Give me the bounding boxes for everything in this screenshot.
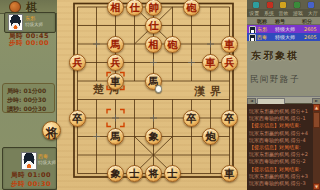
point-marker [150, 59, 157, 66]
vertical-scrollbar[interactable]: ▲ ▼ [313, 104, 320, 190]
point-marker [150, 115, 157, 122]
rule-line-0: 局時: 01分00 [7, 86, 54, 95]
header-nickname: 昵称 [257, 18, 267, 24]
piece-char: 兵 [222, 55, 237, 70]
piece-char: 仕 [127, 0, 142, 15]
room-subtitle: 民间野路子 [250, 74, 300, 86]
book-icon[interactable] [267, 2, 273, 8]
piece-char: 相 [146, 37, 161, 52]
horizontal-scrollbar[interactable]: ◄ ► [247, 96, 320, 104]
log-line-2: 【提示信息】对局结束: [249, 122, 301, 128]
menu-item-0[interactable]: 设置 [249, 10, 259, 16]
time-rules-box: 局時: 01分00步時: 00分30讀秒: 00分30 [2, 83, 55, 113]
list-player-score: 2605 [304, 26, 317, 32]
header-title: 称号 [275, 18, 285, 24]
piece-black-f9r7[interactable]: 卒 [221, 110, 238, 127]
piece-char: 仕 [146, 18, 161, 33]
list-player-title: 特级大师 [275, 26, 295, 32]
piece-black-f3r10[interactable]: 象 [107, 165, 124, 182]
piece-char: 将 [146, 166, 161, 181]
piece-red-f8r4[interactable]: 車 [202, 54, 219, 71]
top-player-avatar [8, 14, 23, 31]
piece-black-f7r7[interactable]: 卒 [183, 110, 200, 127]
list-player-name: 西毒 [257, 34, 267, 40]
log-line-3: 玩家东邪赢的棋局,得分+4 [249, 130, 308, 136]
bottom-player-title: 特级大师 [38, 160, 56, 165]
top-player-title: 特级大师 [25, 22, 43, 27]
xiangqi-game-window: 棋 东邪 特级大师 局時 00:45 步時 00:00 局時: 01分00步時:… [0, 0, 320, 190]
log-line-9: 玩家东邪赢的棋局,得分+3 [249, 173, 308, 179]
room-info-area: 东邪象棋 民间野路子 [247, 41, 320, 96]
piece-char: 車 [222, 166, 237, 181]
piece-red-f1r4[interactable]: 兵 [69, 54, 86, 71]
music-icon[interactable] [280, 2, 286, 8]
scroll-up-arrow-icon[interactable]: ▲ [313, 104, 320, 111]
piece-char: 馬 [108, 129, 123, 144]
right-panel: 设置系统音效游戏大厅 昵称 称号 积分 东邪 特级大师 2605 西毒 特级大师… [247, 0, 320, 190]
side-indicator-char: 将 [46, 126, 58, 140]
piece-char: 卒 [184, 111, 199, 126]
piece-red-f5r1[interactable]: 帥 [145, 0, 162, 16]
point-marker [188, 59, 195, 66]
point-marker [112, 115, 119, 122]
player-list-header: 昵称 称号 积分 [247, 17, 320, 25]
player-side-indicator: 将 [42, 121, 61, 140]
piece-char: 兵 [108, 55, 123, 70]
bottom-player-game-time: 局時 01:00 [11, 171, 51, 180]
piece-red-f4r1[interactable]: 仕 [126, 0, 143, 16]
cursor-dot [155, 85, 162, 93]
piece-char: 兵 [70, 55, 85, 70]
scroll-down-arrow-icon[interactable]: ▼ [313, 183, 320, 190]
rule-line-2: 讀秒: 00分30 [7, 104, 54, 113]
point-marker [207, 41, 214, 48]
piece-black-f5r10[interactable]: 将 [145, 165, 162, 182]
piece-char: 士 [127, 166, 142, 181]
point-marker [93, 41, 100, 48]
list-player-title: 特级大师 [275, 34, 295, 40]
bottom-player-avatar [21, 152, 37, 170]
log-line-6: 玩家东邪赢的棋局,得分+2 [249, 151, 308, 157]
xiangqi-board[interactable]: 楚河 漢界 相仕帥砲仕馬相砲車兵兵車兵車馬卒卒卒馬象炮象士将士車 [57, 0, 247, 190]
header-score: 积分 [302, 18, 312, 24]
log-line-5: 【提示信息】对局结束: [249, 144, 301, 150]
piece-red-f3r4[interactable]: 兵 [107, 54, 124, 71]
lobby-icon[interactable] [308, 2, 314, 8]
rule-line-1: 步時: 00分30 [7, 95, 54, 104]
piece-black-f1r7[interactable]: 卒 [69, 110, 86, 127]
top-player-name: 东邪 [25, 15, 35, 21]
log-line-8: 【提示信息】对局结束: [249, 166, 301, 172]
piece-char: 車 [203, 55, 218, 70]
point-marker [93, 133, 100, 140]
menu-item-1[interactable]: 系统 [264, 10, 274, 16]
piece-red-f7r1[interactable]: 砲 [183, 0, 200, 16]
piece-char: 象 [146, 129, 161, 144]
chess-icon[interactable] [253, 2, 259, 8]
player-list-row-1[interactable]: 西毒 特级大师 2605 [247, 33, 320, 41]
river-label-right: 漢界 [194, 84, 226, 99]
top-player-box: 东邪 特级大师 [4, 12, 56, 33]
piece-red-f5r3[interactable]: 相 [145, 36, 162, 53]
menu-row: 设置系统音效游戏大厅 [247, 9, 320, 17]
piece-char: 相 [108, 0, 123, 15]
piece-black-f3r8[interactable]: 馬 [107, 128, 124, 145]
piece-red-f5r2[interactable]: 仕 [145, 17, 162, 34]
help-icon[interactable] [294, 2, 300, 8]
piece-char: 卒 [222, 111, 237, 126]
player-list-row-0[interactable]: 东邪 特级大师 2605 [247, 25, 320, 33]
piece-black-f5r8[interactable]: 象 [145, 128, 162, 145]
log-line-10: 玩家西毒输的棋局,得分-3 [249, 180, 306, 186]
piece-char: 卒 [70, 111, 85, 126]
piece-red-f3r1[interactable]: 相 [107, 0, 124, 16]
bottom-player-move-time: 步時 00:30 [11, 180, 51, 189]
piece-red-f9r3[interactable]: 車 [221, 36, 238, 53]
vertical-scroll-thumb[interactable] [313, 112, 320, 128]
piece-black-f9r10[interactable]: 車 [221, 165, 238, 182]
piece-black-f8r8[interactable]: 炮 [202, 128, 219, 145]
log-line-1: 玩家西毒输的棋局,得分-1 [249, 115, 306, 121]
piece-char: 士 [165, 166, 180, 181]
menu-item-3[interactable]: 游戏 [293, 10, 303, 16]
room-title: 东邪象棋 [251, 49, 299, 63]
log-line-7: 玩家西毒输的棋局,得分-2 [249, 158, 306, 164]
left-player-panel: 棋 东邪 特级大师 局時 00:45 步時 00:00 局時: 01分00步時:… [0, 0, 57, 190]
list-player-name: 东邪 [257, 26, 267, 32]
piece-char: 帥 [146, 0, 161, 15]
log-line-0: 玩家东邪赢的棋局,得分+1 [249, 108, 308, 114]
piece-char: 砲 [184, 0, 199, 15]
piece-black-f3r5[interactable]: 車 [107, 73, 124, 90]
menu-item-2[interactable]: 音效 [278, 10, 288, 16]
piece-black-f6r10[interactable]: 士 [164, 165, 181, 182]
menu-item-4[interactable]: 大厅 [308, 10, 318, 16]
toolbar-icon-row [247, 0, 320, 9]
bottom-player-box: 西毒 特级大师 局時 01:00 步時 00:30 [2, 147, 57, 190]
piece-red-f6r3[interactable]: 砲 [164, 36, 181, 53]
bottom-player-name: 西毒 [38, 153, 48, 159]
piece-red-f3r3[interactable]: 馬 [107, 36, 124, 53]
piece-black-f4r10[interactable]: 士 [126, 165, 143, 182]
game-log[interactable]: 玩家东邪赢的棋局,得分+1玩家西毒输的棋局,得分-1【提示信息】对局结束:玩家东… [247, 104, 320, 190]
piece-char: 馬 [108, 37, 123, 52]
piece-char: 車 [108, 74, 123, 89]
piece-char: 炮 [203, 129, 218, 144]
piece-char: 車 [222, 37, 237, 52]
piece-char: 象 [108, 166, 123, 181]
top-player-move-time: 步時 00:00 [9, 39, 49, 48]
piece-char: 砲 [165, 37, 180, 52]
piece-red-f9r4[interactable]: 兵 [221, 54, 238, 71]
list-player-score: 2605 [304, 34, 317, 40]
log-line-4: 玩家西毒输的棋局,得分-4 [249, 137, 306, 143]
